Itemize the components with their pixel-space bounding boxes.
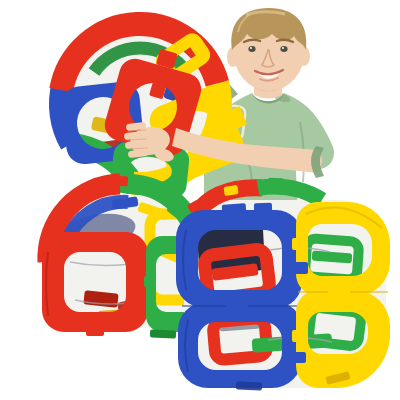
cylinder-blue-seam-tab xyxy=(226,298,248,310)
dome-tab-green-bottom xyxy=(150,329,176,338)
dome-tab-green xyxy=(144,276,156,287)
cylinder-bottom-tab-blue xyxy=(236,382,262,391)
dome-tab-red-bottom xyxy=(86,328,104,336)
dome-apex-tab-red xyxy=(110,176,128,187)
ear-left xyxy=(227,47,239,67)
toy-scene xyxy=(0,0,400,400)
product-photo xyxy=(0,0,400,400)
cylinder-rim-green-tab xyxy=(268,178,284,188)
ear-right xyxy=(298,46,310,66)
cylinder-structure xyxy=(176,178,390,391)
cylinder-blue-top-tab xyxy=(222,203,247,215)
cylinder-yellow-seam-tab xyxy=(328,286,350,297)
eye-right xyxy=(280,46,287,52)
cylinder-join-tab-yellow xyxy=(292,330,308,342)
cylinder-join-tab-blue xyxy=(292,262,308,274)
eye-left xyxy=(248,46,255,52)
cylinder-join-tab-blue xyxy=(292,352,306,363)
cylinder-join-tab-yellow xyxy=(292,238,308,250)
eye-glint xyxy=(250,47,252,49)
eye-glint xyxy=(282,47,284,49)
cylinder-blue-top-tab xyxy=(254,203,272,213)
ball-tab-red-top xyxy=(145,23,165,38)
